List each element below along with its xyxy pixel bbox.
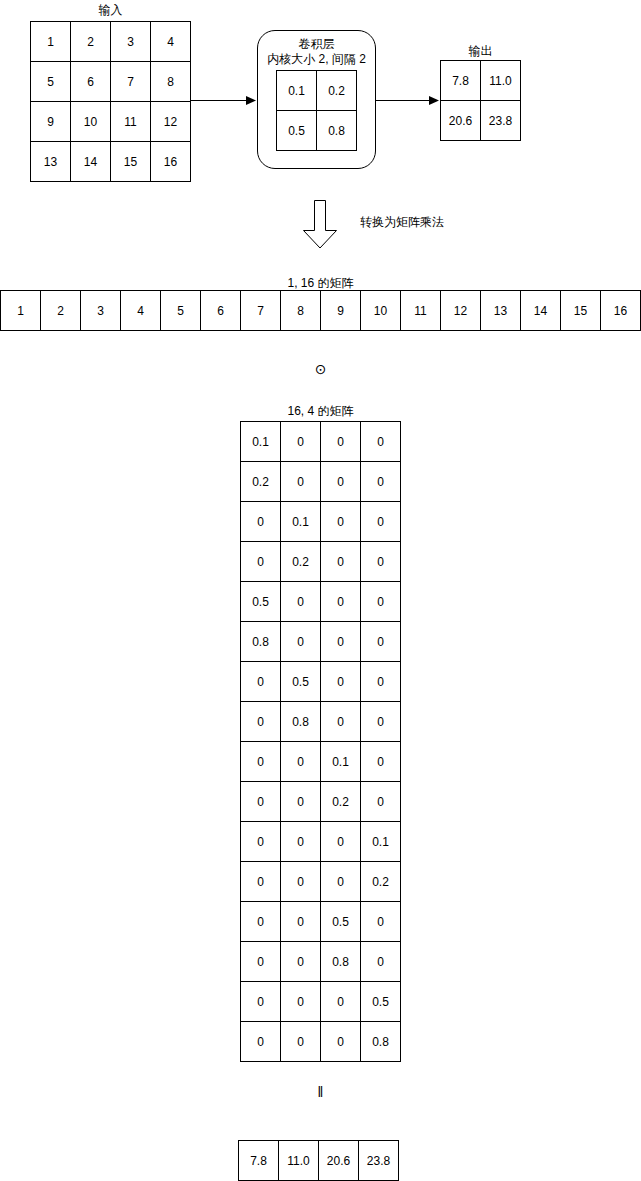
matrix-cell: 0 — [321, 422, 361, 462]
matrix-cell: 0 — [361, 422, 401, 462]
matrix-cell: 15 — [561, 291, 601, 331]
matrix-cell: 2 — [41, 291, 81, 331]
matrix-cell: 6 — [71, 62, 111, 102]
matrix-cell: 0 — [241, 862, 281, 902]
matrix-cell: 1 — [31, 22, 71, 62]
matrix-cell: 0 — [281, 622, 321, 662]
matrix-cell: 8 — [281, 291, 321, 331]
matrix-cell: 10 — [361, 291, 401, 331]
matrix-cell: 8 — [151, 62, 191, 102]
matrix-cell: 0 — [241, 782, 281, 822]
matrix-cell: 0.1 — [241, 422, 281, 462]
matrix-cell: 0 — [241, 902, 281, 942]
matrix-cell: 13 — [31, 142, 71, 182]
matrix-cell: 12 — [151, 102, 191, 142]
matrix-cell: 1 — [1, 291, 41, 331]
matrix-cell: 0.8 — [281, 702, 321, 742]
matrix-cell: 0 — [241, 702, 281, 742]
matrix-cell: 0 — [361, 942, 401, 982]
conv-layer-title: 卷积层 — [258, 37, 375, 52]
matrix-cell: 3 — [111, 22, 151, 62]
matrix-cell: 0 — [361, 582, 401, 622]
matrix-cell: 0 — [321, 702, 361, 742]
output-matrix: 7.811.020.623.8 — [440, 60, 521, 141]
matrix-cell: 0 — [241, 502, 281, 542]
matrix-cell: 0 — [281, 1022, 321, 1062]
matrix-cell: 0 — [321, 622, 361, 662]
matrix-cell: 12 — [441, 291, 481, 331]
matrix-cell: 7 — [241, 291, 281, 331]
matrix-cell: 0 — [281, 742, 321, 782]
conv-layer-subtitle: 内核大小 2, 间隔 2 — [258, 52, 375, 67]
matrix-cell: 5 — [31, 62, 71, 102]
matrix-cell: 14 — [71, 142, 111, 182]
matrix-cell: 7.8 — [441, 61, 481, 101]
matrix-cell: 0.2 — [361, 862, 401, 902]
diagram-canvas: 输入 12345678910111213141516 卷积层 内核大小 2, 间… — [0, 0, 641, 1181]
output-matrix-title: 输出 — [440, 44, 521, 58]
matrix-cell: 11 — [401, 291, 441, 331]
matrix-cell: 0 — [241, 662, 281, 702]
matrix-cell: 0.5 — [281, 662, 321, 702]
matrix-cell: 0 — [361, 622, 401, 662]
matrix-cell: 0 — [281, 862, 321, 902]
matrix-cell: 0.1 — [277, 71, 317, 111]
matrix-cell: 0.8 — [321, 942, 361, 982]
result-matrix: 7.811.020.623.8 — [238, 1140, 399, 1181]
big-matrix: 0.10000.200000.10000.2000.50000.800000.5… — [240, 421, 401, 1062]
equals-icon: ‖ — [0, 1084, 641, 1100]
matrix-cell: 0.5 — [361, 982, 401, 1022]
matrix-cell: 10 — [71, 102, 111, 142]
kernel-matrix: 0.10.20.50.8 — [276, 70, 357, 151]
matrix-cell: 5 — [161, 291, 201, 331]
matrix-cell: 0.2 — [281, 542, 321, 582]
matrix-cell: 0 — [361, 542, 401, 582]
matrix-cell: 0 — [361, 782, 401, 822]
matrix-cell: 0.1 — [321, 742, 361, 782]
matrix-cell: 0 — [321, 822, 361, 862]
matrix-cell: 0.2 — [317, 71, 357, 111]
matrix-cell: 0 — [361, 742, 401, 782]
transform-label: 转换为矩阵乘法 — [360, 215, 444, 229]
matrix-cell: 9 — [321, 291, 361, 331]
matrix-cell: 0.8 — [317, 111, 357, 151]
matrix-cell: 4 — [151, 22, 191, 62]
matrix-cell: 0 — [281, 822, 321, 862]
matrix-cell: 0 — [281, 782, 321, 822]
matrix-cell: 0.5 — [321, 902, 361, 942]
matrix-cell: 0.8 — [241, 622, 281, 662]
matrix-cell: 16 — [151, 142, 191, 182]
matrix-cell: 0 — [321, 862, 361, 902]
matrix-cell: 0 — [321, 582, 361, 622]
matrix-cell: 11.0 — [481, 61, 521, 101]
matrix-cell: 23.8 — [481, 101, 521, 141]
matrix-cell: 15 — [111, 142, 151, 182]
dot-operator-icon: ⊙ — [0, 361, 641, 377]
matrix-cell: 0 — [321, 662, 361, 702]
matrix-cell: 0 — [321, 462, 361, 502]
matrix-cell: 13 — [481, 291, 521, 331]
matrix-cell: 6 — [201, 291, 241, 331]
matrix-cell: 0 — [361, 462, 401, 502]
matrix-cell: 0.2 — [241, 462, 281, 502]
matrix-cell: 11.0 — [279, 1141, 319, 1181]
matrix-cell: 14 — [521, 291, 561, 331]
matrix-cell: 0 — [281, 982, 321, 1022]
matrix-cell: 0 — [321, 1022, 361, 1062]
matrix-cell: 23.8 — [359, 1141, 399, 1181]
matrix-cell: 0 — [241, 1022, 281, 1062]
arrow-conv-to-output-icon — [376, 94, 441, 107]
big-matrix-title: 16, 4 的矩阵 — [240, 404, 401, 418]
down-block-arrow-icon — [303, 200, 338, 249]
arrow-input-to-conv-icon — [190, 94, 258, 107]
matrix-cell: 0 — [241, 542, 281, 582]
matrix-cell: 0 — [361, 662, 401, 702]
matrix-cell: 0.5 — [277, 111, 317, 151]
matrix-cell: 0 — [321, 982, 361, 1022]
matrix-cell: 0 — [281, 422, 321, 462]
matrix-cell: 2 — [71, 22, 111, 62]
matrix-cell: 20.6 — [441, 101, 481, 141]
matrix-cell: 7.8 — [239, 1141, 279, 1181]
matrix-cell: 0 — [321, 502, 361, 542]
matrix-cell: 0.1 — [281, 502, 321, 542]
matrix-cell: 0 — [281, 942, 321, 982]
matrix-cell: 9 — [31, 102, 71, 142]
input-matrix: 12345678910111213141516 — [30, 21, 191, 182]
matrix-cell: 0 — [281, 462, 321, 502]
matrix-cell: 0 — [361, 902, 401, 942]
matrix-cell: 0 — [241, 822, 281, 862]
matrix-cell: 0.8 — [361, 1022, 401, 1062]
matrix-cell: 4 — [121, 291, 161, 331]
matrix-cell: 0 — [321, 542, 361, 582]
matrix-cell: 0 — [241, 982, 281, 1022]
matrix-cell: 0.5 — [241, 582, 281, 622]
matrix-cell: 20.6 — [319, 1141, 359, 1181]
row-matrix: 12345678910111213141516 — [0, 290, 641, 331]
matrix-cell: 0 — [281, 582, 321, 622]
row-matrix-title: 1, 16 的矩阵 — [0, 276, 641, 290]
matrix-cell: 0 — [241, 742, 281, 782]
input-matrix-title: 输入 — [30, 3, 191, 17]
matrix-cell: 0 — [361, 502, 401, 542]
matrix-cell: 16 — [601, 291, 641, 331]
matrix-cell: 0.2 — [321, 782, 361, 822]
matrix-cell: 0 — [361, 702, 401, 742]
matrix-cell: 3 — [81, 291, 121, 331]
matrix-cell: 11 — [111, 102, 151, 142]
matrix-cell: 0 — [281, 902, 321, 942]
matrix-cell: 0 — [241, 942, 281, 982]
matrix-cell: 7 — [111, 62, 151, 102]
matrix-cell: 0.1 — [361, 822, 401, 862]
